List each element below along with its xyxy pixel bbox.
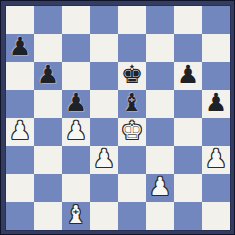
square-c3[interactable] bbox=[62, 146, 90, 174]
square-f8[interactable] bbox=[146, 6, 174, 34]
square-d1[interactable] bbox=[90, 202, 118, 230]
square-g6[interactable]: ♟ bbox=[174, 62, 202, 90]
white-pawn[interactable]: ♟ bbox=[9, 117, 31, 145]
square-b1[interactable] bbox=[34, 202, 62, 230]
black-pawn[interactable]: ♟ bbox=[177, 61, 199, 89]
square-b5[interactable] bbox=[34, 90, 62, 118]
square-d2[interactable] bbox=[90, 174, 118, 202]
square-b4[interactable] bbox=[34, 118, 62, 146]
square-b8[interactable] bbox=[34, 6, 62, 34]
square-h5[interactable]: ♟ bbox=[202, 90, 230, 118]
square-f4[interactable] bbox=[146, 118, 174, 146]
square-e2[interactable] bbox=[118, 174, 146, 202]
square-f5[interactable] bbox=[146, 90, 174, 118]
white-bishop[interactable]: ♝ bbox=[65, 201, 87, 229]
square-g7[interactable] bbox=[174, 34, 202, 62]
square-d8[interactable] bbox=[90, 6, 118, 34]
chess-board-frame: ♟♟♚♟♟♝♟♟♟♚♟♟♟♝ bbox=[0, 0, 235, 235]
square-a5[interactable] bbox=[6, 90, 34, 118]
square-a6[interactable] bbox=[6, 62, 34, 90]
square-f6[interactable] bbox=[146, 62, 174, 90]
square-f1[interactable] bbox=[146, 202, 174, 230]
white-pawn[interactable]: ♟ bbox=[205, 145, 227, 173]
square-b3[interactable] bbox=[34, 146, 62, 174]
black-king[interactable]: ♚ bbox=[121, 61, 143, 89]
square-d6[interactable] bbox=[90, 62, 118, 90]
square-c2[interactable] bbox=[62, 174, 90, 202]
square-h1[interactable] bbox=[202, 202, 230, 230]
square-c1[interactable]: ♝ bbox=[62, 202, 90, 230]
square-d4[interactable] bbox=[90, 118, 118, 146]
square-b7[interactable] bbox=[34, 34, 62, 62]
white-king[interactable]: ♚ bbox=[121, 117, 143, 145]
square-b2[interactable] bbox=[34, 174, 62, 202]
square-e4[interactable]: ♚ bbox=[118, 118, 146, 146]
square-a8[interactable] bbox=[6, 6, 34, 34]
black-pawn[interactable]: ♟ bbox=[37, 61, 59, 89]
square-f3[interactable] bbox=[146, 146, 174, 174]
chess-board: ♟♟♚♟♟♝♟♟♟♚♟♟♟♝ bbox=[5, 5, 231, 231]
square-c8[interactable] bbox=[62, 6, 90, 34]
square-h8[interactable] bbox=[202, 6, 230, 34]
square-e5[interactable]: ♝ bbox=[118, 90, 146, 118]
square-f7[interactable] bbox=[146, 34, 174, 62]
square-g8[interactable] bbox=[174, 6, 202, 34]
square-c4[interactable]: ♟ bbox=[62, 118, 90, 146]
black-pawn[interactable]: ♟ bbox=[9, 33, 31, 61]
square-f2[interactable]: ♟ bbox=[146, 174, 174, 202]
white-pawn[interactable]: ♟ bbox=[149, 173, 171, 201]
square-h2[interactable] bbox=[202, 174, 230, 202]
black-pawn[interactable]: ♟ bbox=[65, 89, 87, 117]
square-c5[interactable]: ♟ bbox=[62, 90, 90, 118]
square-d3[interactable]: ♟ bbox=[90, 146, 118, 174]
square-g3[interactable] bbox=[174, 146, 202, 174]
square-b6[interactable]: ♟ bbox=[34, 62, 62, 90]
square-d7[interactable] bbox=[90, 34, 118, 62]
square-e8[interactable] bbox=[118, 6, 146, 34]
square-c7[interactable] bbox=[62, 34, 90, 62]
white-pawn[interactable]: ♟ bbox=[65, 117, 87, 145]
black-pawn[interactable]: ♟ bbox=[205, 89, 227, 117]
square-c6[interactable] bbox=[62, 62, 90, 90]
square-a1[interactable] bbox=[6, 202, 34, 230]
square-h6[interactable] bbox=[202, 62, 230, 90]
square-e1[interactable] bbox=[118, 202, 146, 230]
square-e7[interactable] bbox=[118, 34, 146, 62]
square-h4[interactable] bbox=[202, 118, 230, 146]
square-a7[interactable]: ♟ bbox=[6, 34, 34, 62]
square-e6[interactable]: ♚ bbox=[118, 62, 146, 90]
square-h7[interactable] bbox=[202, 34, 230, 62]
square-e3[interactable] bbox=[118, 146, 146, 174]
square-g5[interactable] bbox=[174, 90, 202, 118]
black-bishop[interactable]: ♝ bbox=[121, 89, 143, 117]
square-g2[interactable] bbox=[174, 174, 202, 202]
square-h3[interactable]: ♟ bbox=[202, 146, 230, 174]
square-d5[interactable] bbox=[90, 90, 118, 118]
white-pawn[interactable]: ♟ bbox=[93, 145, 115, 173]
square-a3[interactable] bbox=[6, 146, 34, 174]
square-g1[interactable] bbox=[174, 202, 202, 230]
square-a4[interactable]: ♟ bbox=[6, 118, 34, 146]
square-g4[interactable] bbox=[174, 118, 202, 146]
square-a2[interactable] bbox=[6, 174, 34, 202]
